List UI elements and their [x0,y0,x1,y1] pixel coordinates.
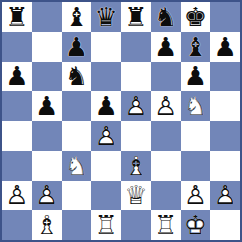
square-b6[interactable] [32,62,62,92]
piece-white-pawn-b2[interactable]: ♟♙ [32,181,62,211]
square-e3[interactable]: ♝♗ [121,151,151,181]
black-piece-glyph: ♟ [91,91,121,121]
white-piece-outline-glyph: ♙ [210,181,240,211]
square-e1[interactable] [121,210,151,240]
black-piece-glyph: ♞ [62,62,92,92]
piece-white-bishop-e3[interactable]: ♝♗ [121,151,151,181]
square-h7[interactable]: ♟ [210,32,240,62]
square-c3[interactable]: ♞♘ [62,151,92,181]
square-h4[interactable] [210,121,240,151]
square-c5[interactable] [62,91,92,121]
square-h1[interactable] [210,210,240,240]
piece-white-bishop-b1[interactable]: ♝♗ [32,210,62,240]
white-piece-outline-glyph: ♙ [91,121,121,151]
piece-black-rook-a8[interactable]: ♜ [2,2,32,32]
square-a2[interactable]: ♟♙ [2,181,32,211]
square-a7[interactable] [2,32,32,62]
square-h5[interactable] [210,91,240,121]
square-b8[interactable] [32,2,62,32]
piece-white-knight-c3[interactable]: ♞♘ [62,151,92,181]
square-d2[interactable] [91,181,121,211]
piece-white-pawn-a2[interactable]: ♟♙ [2,181,32,211]
square-g7[interactable]: ♝ [181,32,211,62]
white-piece-outline-glyph: ♙ [151,91,181,121]
square-c1[interactable] [62,210,92,240]
square-c4[interactable] [62,121,92,151]
square-a6[interactable]: ♟ [2,62,32,92]
square-g4[interactable] [181,121,211,151]
piece-white-pawn-f5[interactable]: ♟♙ [151,91,181,121]
white-piece-outline-glyph: ♕ [121,181,151,211]
white-piece-outline-glyph: ♔ [181,210,211,240]
square-d7[interactable] [91,32,121,62]
square-f8[interactable]: ♞ [151,2,181,32]
square-g2[interactable]: ♟♙ [181,181,211,211]
white-piece-outline-glyph: ♖ [151,210,181,240]
square-f4[interactable] [151,121,181,151]
square-b7[interactable] [32,32,62,62]
square-a3[interactable] [2,151,32,181]
black-piece-glyph: ♝ [181,32,211,62]
square-b3[interactable] [32,151,62,181]
piece-white-knight-g5[interactable]: ♞♘ [181,91,211,121]
square-d8[interactable]: ♛ [91,2,121,32]
piece-white-queen-e2[interactable]: ♛♕ [121,181,151,211]
piece-white-pawn-h2[interactable]: ♟♙ [210,181,240,211]
square-f6[interactable] [151,62,181,92]
square-f2[interactable] [151,181,181,211]
square-d3[interactable] [91,151,121,181]
white-piece-outline-glyph: ♙ [32,181,62,211]
white-piece-outline-glyph: ♘ [62,151,92,181]
white-piece-outline-glyph: ♙ [2,181,32,211]
piece-black-pawn-d5[interactable]: ♟ [91,91,121,121]
square-g1[interactable]: ♚♔ [181,210,211,240]
square-a5[interactable] [2,91,32,121]
black-piece-glyph: ♜ [121,2,151,32]
piece-black-queen-d8[interactable]: ♛ [91,2,121,32]
square-c2[interactable] [62,181,92,211]
white-piece-outline-glyph: ♖ [91,210,121,240]
piece-white-pawn-e5[interactable]: ♟♙ [121,91,151,121]
square-f7[interactable]: ♟ [151,32,181,62]
black-piece-glyph: ♟ [2,62,32,92]
square-e5[interactable]: ♟♙ [121,91,151,121]
piece-black-pawn-h7[interactable]: ♟ [210,32,240,62]
piece-white-rook-f1[interactable]: ♜♖ [151,210,181,240]
white-piece-outline-glyph: ♗ [32,210,62,240]
piece-white-rook-d1[interactable]: ♜♖ [91,210,121,240]
white-piece-outline-glyph: ♗ [121,151,151,181]
square-h3[interactable] [210,151,240,181]
square-e6[interactable] [121,62,151,92]
square-f5[interactable]: ♟♙ [151,91,181,121]
square-h2[interactable]: ♟♙ [210,181,240,211]
square-e4[interactable] [121,121,151,151]
square-e7[interactable] [121,32,151,62]
black-piece-glyph: ♟ [62,32,92,62]
square-e2[interactable]: ♛♕ [121,181,151,211]
square-g5[interactable]: ♞♘ [181,91,211,121]
square-a8[interactable]: ♜ [2,2,32,32]
white-piece-outline-glyph: ♙ [121,91,151,121]
piece-white-pawn-d4[interactable]: ♟♙ [91,121,121,151]
square-b2[interactable]: ♟♙ [32,181,62,211]
piece-black-rook-e8[interactable]: ♜ [121,2,151,32]
square-h6[interactable] [210,62,240,92]
square-d5[interactable]: ♟ [91,91,121,121]
piece-white-king-g1[interactable]: ♚♔ [181,210,211,240]
square-b4[interactable] [32,121,62,151]
piece-black-pawn-f7[interactable]: ♟ [151,32,181,62]
square-g8[interactable]: ♚ [181,2,211,32]
square-c6[interactable]: ♞ [62,62,92,92]
piece-black-pawn-g6[interactable]: ♟ [181,62,211,92]
square-g6[interactable]: ♟ [181,62,211,92]
black-piece-glyph: ♟ [181,62,211,92]
piece-white-pawn-g2[interactable]: ♟♙ [181,181,211,211]
piece-black-knight-c6[interactable]: ♞ [62,62,92,92]
white-piece-outline-glyph: ♘ [181,91,211,121]
piece-black-pawn-c7[interactable]: ♟ [62,32,92,62]
black-piece-glyph: ♟ [32,91,62,121]
black-piece-glyph: ♟ [151,32,181,62]
square-d1[interactable]: ♜♖ [91,210,121,240]
square-a1[interactable] [2,210,32,240]
square-g3[interactable] [181,151,211,181]
piece-black-king-g8[interactable]: ♚ [181,2,211,32]
chess-board-container: ♜♝♛♜♞♚♟♟♝♟♟♞♟♟♟♟♙♟♙♞♘♟♙♞♘♝♗♟♙♟♙♛♕♟♙♟♙♝♗♜… [0,0,242,242]
black-piece-glyph: ♞ [151,2,181,32]
black-piece-glyph: ♟ [210,32,240,62]
white-piece-outline-glyph: ♙ [181,181,211,211]
square-d4[interactable]: ♟♙ [91,121,121,151]
square-f3[interactable] [151,151,181,181]
square-a4[interactable] [2,121,32,151]
black-piece-glyph: ♜ [2,2,32,32]
square-b1[interactable]: ♝♗ [32,210,62,240]
square-c7[interactable]: ♟ [62,32,92,62]
piece-black-pawn-a6[interactable]: ♟ [2,62,32,92]
piece-black-knight-f8[interactable]: ♞ [151,2,181,32]
square-h8[interactable] [210,2,240,32]
square-c8[interactable]: ♝ [62,2,92,32]
square-d6[interactable] [91,62,121,92]
black-piece-glyph: ♚ [181,2,211,32]
black-piece-glyph: ♝ [62,2,92,32]
piece-black-bishop-c8[interactable]: ♝ [62,2,92,32]
square-b5[interactable]: ♟ [32,91,62,121]
black-piece-glyph: ♛ [91,2,121,32]
piece-black-pawn-b5[interactable]: ♟ [32,91,62,121]
square-e8[interactable]: ♜ [121,2,151,32]
piece-black-bishop-g7[interactable]: ♝ [181,32,211,62]
square-f1[interactable]: ♜♖ [151,210,181,240]
chess-board: ♜♝♛♜♞♚♟♟♝♟♟♞♟♟♟♟♙♟♙♞♘♟♙♞♘♝♗♟♙♟♙♛♕♟♙♟♙♝♗♜… [0,0,242,242]
